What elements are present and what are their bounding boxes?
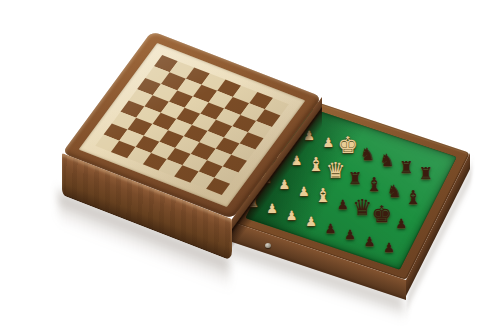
light-pawn[interactable]: ♟ [323, 136, 335, 149]
light-king[interactable]: ♚ [338, 134, 359, 157]
dark-rook[interactable]: ♜ [348, 171, 362, 187]
light-pawn[interactable]: ♟ [266, 203, 278, 216]
dark-pawn[interactable]: ♟ [364, 235, 376, 248]
dark-pawn[interactable]: ♟ [325, 222, 337, 235]
light-pawn[interactable]: ♟ [298, 185, 310, 198]
light-bishop[interactable]: ♝ [308, 156, 325, 175]
light-bishop[interactable]: ♝ [315, 186, 332, 205]
light-queen[interactable]: ♛ [326, 160, 346, 182]
dark-king[interactable]: ♚ [372, 203, 393, 226]
dark-pawn[interactable]: ♟ [337, 198, 349, 211]
dark-knight[interactable]: ♞ [379, 152, 394, 169]
dark-knight[interactable]: ♞ [386, 183, 401, 200]
dark-pawn[interactable]: ♟ [395, 217, 407, 230]
scene: ♜♟♟♚♞♞♟♞♝♜♛♜♞♜♟♝♟♞♝♝♜♟♟♛♟♚♟♟♟♟♟♟ [0, 0, 500, 333]
dark-pawn[interactable]: ♟ [383, 242, 395, 255]
drawer-catch-screw[interactable] [265, 243, 271, 248]
dark-rook[interactable]: ♜ [419, 166, 433, 182]
dark-rook[interactable]: ♜ [399, 160, 413, 176]
light-pawn[interactable]: ♟ [305, 216, 317, 229]
dark-queen[interactable]: ♛ [352, 197, 372, 219]
light-pawn[interactable]: ♟ [286, 209, 298, 222]
dark-bishop[interactable]: ♝ [405, 188, 422, 207]
dark-bishop[interactable]: ♝ [366, 175, 383, 194]
dark-knight[interactable]: ♞ [360, 146, 375, 163]
dark-pawn[interactable]: ♟ [344, 229, 356, 242]
